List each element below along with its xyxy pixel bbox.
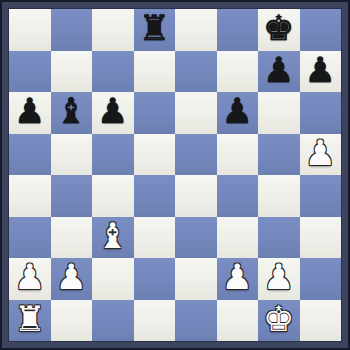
square-f5[interactable]	[217, 134, 259, 176]
square-h4[interactable]	[300, 175, 342, 217]
square-a8[interactable]	[9, 9, 51, 51]
white-rook[interactable]: ♜	[14, 302, 45, 337]
square-a7[interactable]	[9, 51, 51, 93]
square-d6[interactable]	[134, 92, 176, 134]
square-f3[interactable]	[217, 217, 259, 259]
black-pawn[interactable]: ♟	[97, 94, 128, 129]
square-d3[interactable]	[134, 217, 176, 259]
square-g6[interactable]	[258, 92, 300, 134]
square-e4[interactable]	[175, 175, 217, 217]
white-king[interactable]: ♚	[263, 302, 294, 337]
white-bishop[interactable]: ♝	[97, 219, 128, 254]
square-g7[interactable]: ♟	[258, 51, 300, 93]
black-pawn[interactable]: ♟	[305, 53, 336, 88]
square-c5[interactable]	[92, 134, 134, 176]
square-b3[interactable]	[51, 217, 93, 259]
white-pawn[interactable]: ♟	[305, 136, 336, 171]
square-b7[interactable]	[51, 51, 93, 93]
square-f1[interactable]	[217, 300, 259, 342]
square-b4[interactable]	[51, 175, 93, 217]
square-f6[interactable]: ♟	[217, 92, 259, 134]
square-a1[interactable]: ♜	[9, 300, 51, 342]
square-g1[interactable]: ♚	[258, 300, 300, 342]
square-f4[interactable]	[217, 175, 259, 217]
square-h1[interactable]	[300, 300, 342, 342]
square-g3[interactable]	[258, 217, 300, 259]
square-h7[interactable]: ♟	[300, 51, 342, 93]
square-g8[interactable]: ♚	[258, 9, 300, 51]
square-d2[interactable]	[134, 258, 176, 300]
square-c3[interactable]: ♝	[92, 217, 134, 259]
black-pawn[interactable]: ♟	[222, 94, 253, 129]
square-h3[interactable]	[300, 217, 342, 259]
square-a3[interactable]	[9, 217, 51, 259]
square-e2[interactable]	[175, 258, 217, 300]
square-a4[interactable]	[9, 175, 51, 217]
square-e5[interactable]	[175, 134, 217, 176]
square-h5[interactable]: ♟	[300, 134, 342, 176]
square-c1[interactable]	[92, 300, 134, 342]
square-a5[interactable]	[9, 134, 51, 176]
square-c6[interactable]: ♟	[92, 92, 134, 134]
square-c8[interactable]	[92, 9, 134, 51]
square-c4[interactable]	[92, 175, 134, 217]
square-f2[interactable]: ♟	[217, 258, 259, 300]
square-g4[interactable]	[258, 175, 300, 217]
square-d8[interactable]: ♜	[134, 9, 176, 51]
square-b8[interactable]	[51, 9, 93, 51]
square-b2[interactable]: ♟	[51, 258, 93, 300]
square-f8[interactable]	[217, 9, 259, 51]
black-pawn[interactable]: ♟	[14, 94, 45, 129]
black-king[interactable]: ♚	[263, 11, 294, 46]
square-e7[interactable]	[175, 51, 217, 93]
white-pawn[interactable]: ♟	[14, 260, 45, 295]
square-h2[interactable]	[300, 258, 342, 300]
square-h8[interactable]	[300, 9, 342, 51]
square-b5[interactable]	[51, 134, 93, 176]
white-pawn[interactable]: ♟	[222, 260, 253, 295]
square-d7[interactable]	[134, 51, 176, 93]
square-b1[interactable]	[51, 300, 93, 342]
square-d1[interactable]	[134, 300, 176, 342]
square-g2[interactable]: ♟	[258, 258, 300, 300]
square-e8[interactable]	[175, 9, 217, 51]
chess-board: ♜♚♟♟♟♝♟♟♟♝♟♟♟♟♜♚	[8, 8, 342, 342]
square-e1[interactable]	[175, 300, 217, 342]
square-c2[interactable]	[92, 258, 134, 300]
white-pawn[interactable]: ♟	[56, 260, 87, 295]
square-d4[interactable]	[134, 175, 176, 217]
square-a6[interactable]: ♟	[9, 92, 51, 134]
square-g5[interactable]	[258, 134, 300, 176]
white-pawn[interactable]: ♟	[263, 260, 294, 295]
square-f7[interactable]	[217, 51, 259, 93]
square-h6[interactable]	[300, 92, 342, 134]
square-d5[interactable]	[134, 134, 176, 176]
black-bishop[interactable]: ♝	[56, 94, 87, 129]
square-e3[interactable]	[175, 217, 217, 259]
square-e6[interactable]	[175, 92, 217, 134]
chess-board-frame: ♜♚♟♟♟♝♟♟♟♝♟♟♟♟♜♚	[0, 0, 350, 350]
square-c7[interactable]	[92, 51, 134, 93]
black-pawn[interactable]: ♟	[263, 53, 294, 88]
square-b6[interactable]: ♝	[51, 92, 93, 134]
square-a2[interactable]: ♟	[9, 258, 51, 300]
black-rook[interactable]: ♜	[139, 11, 170, 46]
